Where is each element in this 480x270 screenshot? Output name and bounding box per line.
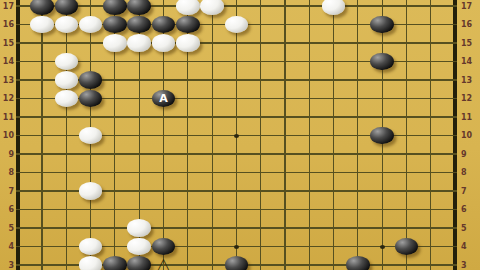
black-stone <box>79 71 103 89</box>
row-label-right: 17 <box>461 2 474 11</box>
white-stone <box>225 16 249 34</box>
white-stone <box>79 238 103 256</box>
black-stone <box>103 16 127 34</box>
white-stone <box>79 182 103 200</box>
grid-line-horizontal <box>16 42 457 43</box>
row-label-left: 12 <box>1 94 14 103</box>
white-stone <box>79 16 103 34</box>
row-label-right: 10 <box>461 131 474 140</box>
go-board: A△17161514131211109876543171615141312111… <box>0 0 480 270</box>
black-stone <box>152 238 176 256</box>
row-label-right: 16 <box>461 20 474 29</box>
grid-line-horizontal <box>16 227 457 228</box>
white-stone <box>322 0 346 15</box>
white-stone <box>127 238 151 256</box>
black-stone <box>346 256 370 270</box>
row-label-left: 15 <box>1 39 14 48</box>
black-stone <box>127 16 151 34</box>
black-stone <box>30 0 54 15</box>
black-stone <box>127 256 151 270</box>
black-stone <box>55 0 79 15</box>
white-stone <box>127 219 151 237</box>
black-stone <box>370 127 394 145</box>
white-stone <box>176 0 200 15</box>
row-label-right: 15 <box>461 39 474 48</box>
white-stone <box>30 16 54 34</box>
row-label-left: 3 <box>1 261 14 270</box>
row-label-right: 9 <box>461 150 474 159</box>
stone-letter-label: A <box>152 91 176 107</box>
row-label-left: 13 <box>1 76 14 85</box>
black-stone <box>152 16 176 34</box>
row-label-right: 8 <box>461 168 474 177</box>
grid-line-horizontal <box>16 5 457 6</box>
row-label-left: 4 <box>1 242 14 251</box>
row-label-right: 11 <box>461 113 474 122</box>
row-label-left: 5 <box>1 224 14 233</box>
row-label-left: 8 <box>1 168 14 177</box>
triangle-mark-icon: △ <box>156 256 172 270</box>
black-stone <box>370 16 394 34</box>
grid-line-horizontal <box>16 209 457 210</box>
white-stone <box>55 16 79 34</box>
row-label-right: 13 <box>461 76 474 85</box>
white-stone <box>55 53 79 71</box>
black-stone <box>225 256 249 270</box>
row-label-right: 12 <box>461 94 474 103</box>
row-label-left: 16 <box>1 20 14 29</box>
black-stone <box>79 90 103 108</box>
black-stone: A <box>152 90 176 108</box>
grid-line-horizontal <box>16 172 457 173</box>
row-label-left: 17 <box>1 2 14 11</box>
go-board-screenshot: A△17161514131211109876543171615141312111… <box>0 0 480 270</box>
star-point <box>380 245 385 249</box>
white-stone <box>200 0 224 15</box>
black-stone <box>395 238 419 256</box>
white-stone <box>103 34 127 52</box>
white-stone <box>152 34 176 52</box>
black-stone <box>103 0 127 15</box>
white-stone <box>79 127 103 145</box>
grid-line-horizontal <box>16 153 457 154</box>
black-stone <box>103 256 127 270</box>
white-stone <box>79 256 103 270</box>
row-label-left: 10 <box>1 131 14 140</box>
row-label-right: 6 <box>461 205 474 214</box>
white-stone <box>127 34 151 52</box>
row-label-left: 7 <box>1 187 14 196</box>
row-label-right: 7 <box>461 187 474 196</box>
white-stone <box>55 71 79 89</box>
row-label-right: 14 <box>461 57 474 66</box>
row-label-left: 9 <box>1 150 14 159</box>
white-stone <box>55 90 79 108</box>
black-stone <box>127 0 151 15</box>
row-label-left: 14 <box>1 57 14 66</box>
black-stone <box>176 16 200 34</box>
row-label-left: 11 <box>1 113 14 122</box>
row-label-right: 5 <box>461 224 474 233</box>
grid-line-horizontal <box>16 116 457 117</box>
row-label-right: 4 <box>461 242 474 251</box>
black-stone <box>370 53 394 71</box>
row-label-right: 3 <box>461 261 474 270</box>
row-label-left: 6 <box>1 205 14 214</box>
star-point <box>234 245 239 249</box>
white-stone <box>176 34 200 52</box>
star-point <box>234 134 239 138</box>
